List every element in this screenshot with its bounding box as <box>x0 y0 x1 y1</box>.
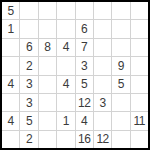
grid-cell[interactable] <box>112 131 129 148</box>
grid-cell[interactable] <box>94 76 111 93</box>
grid-cell[interactable]: 6 <box>76 20 93 37</box>
grid-cell[interactable] <box>39 76 56 93</box>
grid-cell[interactable] <box>131 131 148 148</box>
grid-cell[interactable]: 2 <box>20 131 37 148</box>
grid-cell[interactable]: 4 <box>57 39 74 56</box>
grid-cell[interactable] <box>112 2 129 19</box>
grid-cell[interactable] <box>20 2 37 19</box>
grid-cell[interactable]: 5 <box>20 112 37 129</box>
grid-cell[interactable] <box>39 20 56 37</box>
grid-cell[interactable]: 3 <box>20 94 37 111</box>
grid-cell[interactable] <box>39 131 56 148</box>
grid-cell[interactable] <box>2 39 19 56</box>
grid-cell[interactable] <box>112 94 129 111</box>
grid-cell[interactable]: 4 <box>2 112 19 129</box>
grid-cell[interactable] <box>112 20 129 37</box>
grid-cell[interactable] <box>94 57 111 74</box>
grid-cell[interactable]: 4 <box>76 112 93 129</box>
grid-cell[interactable]: 5 <box>2 2 19 19</box>
grid-cell[interactable]: 9 <box>112 57 129 74</box>
grid-cell[interactable] <box>112 112 129 129</box>
grid-cell[interactable] <box>57 57 74 74</box>
grid-cell[interactable]: 7 <box>76 39 93 56</box>
grid-cell[interactable] <box>2 94 19 111</box>
grid-cell[interactable] <box>20 20 37 37</box>
grid-cell[interactable]: 3 <box>20 76 37 93</box>
grid-cell[interactable] <box>57 94 74 111</box>
grid-cell[interactable]: 6 <box>20 39 37 56</box>
grid-cell[interactable] <box>39 2 56 19</box>
grid-cell[interactable] <box>94 2 111 19</box>
puzzle-board: 5 1 6 6 8 4 7 2 3 9 4 3 4 5 5 3 12 3 4 5… <box>0 0 150 150</box>
grid-cell[interactable] <box>2 131 19 148</box>
grid-cell[interactable] <box>39 112 56 129</box>
grid-cell[interactable]: 1 <box>2 20 19 37</box>
grid-cell[interactable]: 12 <box>94 131 111 148</box>
grid-cell[interactable]: 5 <box>76 76 93 93</box>
grid-cell[interactable]: 8 <box>39 39 56 56</box>
grid-cell[interactable]: 4 <box>57 76 74 93</box>
grid-cell[interactable] <box>76 2 93 19</box>
grid-cell[interactable]: 3 <box>76 57 93 74</box>
grid-cell[interactable] <box>57 131 74 148</box>
grid-cell[interactable]: 12 <box>76 94 93 111</box>
grid-cell[interactable]: 5 <box>112 76 129 93</box>
grid-cell[interactable]: 4 <box>2 76 19 93</box>
grid-cell[interactable] <box>131 94 148 111</box>
grid-cell[interactable] <box>131 76 148 93</box>
grid-cell[interactable] <box>131 2 148 19</box>
grid-cell[interactable] <box>112 39 129 56</box>
grid-cell[interactable] <box>94 39 111 56</box>
grid-cell[interactable] <box>2 57 19 74</box>
grid-cell[interactable] <box>94 20 111 37</box>
grid-cell[interactable] <box>39 57 56 74</box>
grid-cell[interactable] <box>94 112 111 129</box>
grid-cell[interactable] <box>57 20 74 37</box>
grid-cell[interactable]: 16 <box>76 131 93 148</box>
grid-cell[interactable] <box>57 2 74 19</box>
grid-cell[interactable]: 2 <box>20 57 37 74</box>
grid-cell[interactable] <box>39 94 56 111</box>
grid-cell[interactable] <box>131 57 148 74</box>
grid-cell[interactable] <box>131 39 148 56</box>
grid-cell[interactable] <box>131 20 148 37</box>
grid-cell[interactable]: 3 <box>94 94 111 111</box>
grid-cell[interactable]: 11 <box>131 112 148 129</box>
grid-cell[interactable]: 1 <box>57 112 74 129</box>
